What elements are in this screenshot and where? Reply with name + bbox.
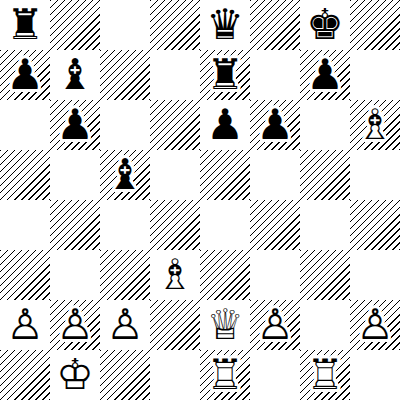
square-a4[interactable] <box>0 200 50 250</box>
square-e5[interactable] <box>200 150 250 200</box>
square-f8[interactable] <box>250 0 300 50</box>
white-pawn[interactable]: ♟♙ <box>350 300 400 350</box>
square-a7[interactable]: ♟♟ <box>0 50 50 100</box>
white-pawn[interactable]: ♟♙ <box>100 300 150 350</box>
square-h1[interactable] <box>350 350 400 400</box>
square-b7[interactable]: ♝♝ <box>50 50 100 100</box>
white-pawn-glyph: ♙ <box>6 304 44 346</box>
black-bishop[interactable]: ♝♝ <box>100 150 150 200</box>
square-g7[interactable]: ♟♟ <box>300 50 350 100</box>
black-pawn-glyph: ♟ <box>306 54 344 96</box>
square-e3[interactable] <box>200 250 250 300</box>
square-a8[interactable]: ♜♜ <box>0 0 50 50</box>
black-rook[interactable]: ♜♜ <box>200 50 250 100</box>
square-d7[interactable] <box>150 50 200 100</box>
square-g3[interactable] <box>300 250 350 300</box>
black-bishop-glyph: ♝ <box>106 154 144 196</box>
black-pawn[interactable]: ♟♟ <box>50 100 100 150</box>
white-king[interactable]: ♚♔ <box>50 350 100 400</box>
white-pawn-glyph: ♙ <box>106 304 144 346</box>
white-pawn[interactable]: ♟♙ <box>50 300 100 350</box>
square-a6[interactable] <box>0 100 50 150</box>
square-g4[interactable] <box>300 200 350 250</box>
black-king-glyph: ♚ <box>306 4 344 46</box>
white-pawn-glyph: ♙ <box>356 304 394 346</box>
square-b4[interactable] <box>50 200 100 250</box>
square-c4[interactable] <box>100 200 150 250</box>
black-bishop-glyph: ♝ <box>56 54 94 96</box>
square-g1[interactable]: ♜♖ <box>300 350 350 400</box>
black-king[interactable]: ♚♚ <box>300 0 350 50</box>
black-pawn-glyph: ♟ <box>56 104 94 146</box>
square-d6[interactable] <box>150 100 200 150</box>
chess-diagram: ♜♜♛♛♚♚♟♟♝♝♜♜♟♟♟♟♟♟♟♟♝♗♝♝♝♗♟♙♟♙♟♙♛♕♟♙♟♙♚♔… <box>0 0 400 400</box>
square-g8[interactable]: ♚♚ <box>300 0 350 50</box>
black-rook[interactable]: ♜♜ <box>0 0 50 50</box>
square-a5[interactable] <box>0 150 50 200</box>
square-h6[interactable]: ♝♗ <box>350 100 400 150</box>
square-f1[interactable] <box>250 350 300 400</box>
square-e2[interactable]: ♛♕ <box>200 300 250 350</box>
white-bishop-glyph: ♗ <box>356 104 394 146</box>
square-d8[interactable] <box>150 0 200 50</box>
square-f4[interactable] <box>250 200 300 250</box>
black-pawn-glyph: ♟ <box>6 54 44 96</box>
square-d2[interactable] <box>150 300 200 350</box>
square-c3[interactable] <box>100 250 150 300</box>
square-h3[interactable] <box>350 250 400 300</box>
white-rook[interactable]: ♜♖ <box>300 350 350 400</box>
square-f3[interactable] <box>250 250 300 300</box>
white-pawn[interactable]: ♟♙ <box>250 300 300 350</box>
square-d5[interactable] <box>150 150 200 200</box>
square-f2[interactable]: ♟♙ <box>250 300 300 350</box>
white-king-glyph: ♔ <box>56 354 94 396</box>
black-queen-glyph: ♛ <box>206 4 244 46</box>
square-b6[interactable]: ♟♟ <box>50 100 100 150</box>
square-a1[interactable] <box>0 350 50 400</box>
square-h4[interactable] <box>350 200 400 250</box>
white-pawn[interactable]: ♟♙ <box>0 300 50 350</box>
white-bishop-glyph: ♗ <box>156 254 194 296</box>
square-b5[interactable] <box>50 150 100 200</box>
black-pawn[interactable]: ♟♟ <box>200 100 250 150</box>
square-h2[interactable]: ♟♙ <box>350 300 400 350</box>
square-f7[interactable] <box>250 50 300 100</box>
square-c5[interactable]: ♝♝ <box>100 150 150 200</box>
square-e7[interactable]: ♜♜ <box>200 50 250 100</box>
white-queen[interactable]: ♛♕ <box>200 300 250 350</box>
square-b1[interactable]: ♚♔ <box>50 350 100 400</box>
black-pawn[interactable]: ♟♟ <box>250 100 300 150</box>
black-pawn-glyph: ♟ <box>206 104 244 146</box>
square-f6[interactable]: ♟♟ <box>250 100 300 150</box>
square-c6[interactable] <box>100 100 150 150</box>
square-d1[interactable] <box>150 350 200 400</box>
square-g6[interactable] <box>300 100 350 150</box>
square-e8[interactable]: ♛♛ <box>200 0 250 50</box>
square-g2[interactable] <box>300 300 350 350</box>
black-pawn[interactable]: ♟♟ <box>300 50 350 100</box>
square-h8[interactable] <box>350 0 400 50</box>
black-pawn-glyph: ♟ <box>256 104 294 146</box>
black-rook-glyph: ♜ <box>6 4 44 46</box>
square-g5[interactable] <box>300 150 350 200</box>
square-a2[interactable]: ♟♙ <box>0 300 50 350</box>
square-e4[interactable] <box>200 200 250 250</box>
square-c1[interactable] <box>100 350 150 400</box>
square-f5[interactable] <box>250 150 300 200</box>
white-pawn-glyph: ♙ <box>56 304 94 346</box>
square-a3[interactable] <box>0 250 50 300</box>
black-rook-glyph: ♜ <box>206 54 244 96</box>
white-pawn-glyph: ♙ <box>256 304 294 346</box>
white-bishop[interactable]: ♝♗ <box>350 100 400 150</box>
square-e1[interactable]: ♜♖ <box>200 350 250 400</box>
white-rook[interactable]: ♜♖ <box>200 350 250 400</box>
black-queen[interactable]: ♛♛ <box>200 0 250 50</box>
square-c2[interactable]: ♟♙ <box>100 300 150 350</box>
white-bishop[interactable]: ♝♗ <box>150 250 200 300</box>
chess-board: ♜♜♛♛♚♚♟♟♝♝♜♜♟♟♟♟♟♟♟♟♝♗♝♝♝♗♟♙♟♙♟♙♛♕♟♙♟♙♚♔… <box>0 0 400 400</box>
square-b2[interactable]: ♟♙ <box>50 300 100 350</box>
white-rook-glyph: ♖ <box>206 354 244 396</box>
square-h5[interactable] <box>350 150 400 200</box>
square-c8[interactable] <box>100 0 150 50</box>
white-rook-glyph: ♖ <box>306 354 344 396</box>
square-h7[interactable] <box>350 50 400 100</box>
black-pawn[interactable]: ♟♟ <box>0 50 50 100</box>
square-b8[interactable] <box>50 0 100 50</box>
black-bishop[interactable]: ♝♝ <box>50 50 100 100</box>
square-d4[interactable] <box>150 200 200 250</box>
square-d3[interactable]: ♝♗ <box>150 250 200 300</box>
square-c7[interactable] <box>100 50 150 100</box>
white-queen-glyph: ♕ <box>206 304 244 346</box>
square-b3[interactable] <box>50 250 100 300</box>
square-e6[interactable]: ♟♟ <box>200 100 250 150</box>
